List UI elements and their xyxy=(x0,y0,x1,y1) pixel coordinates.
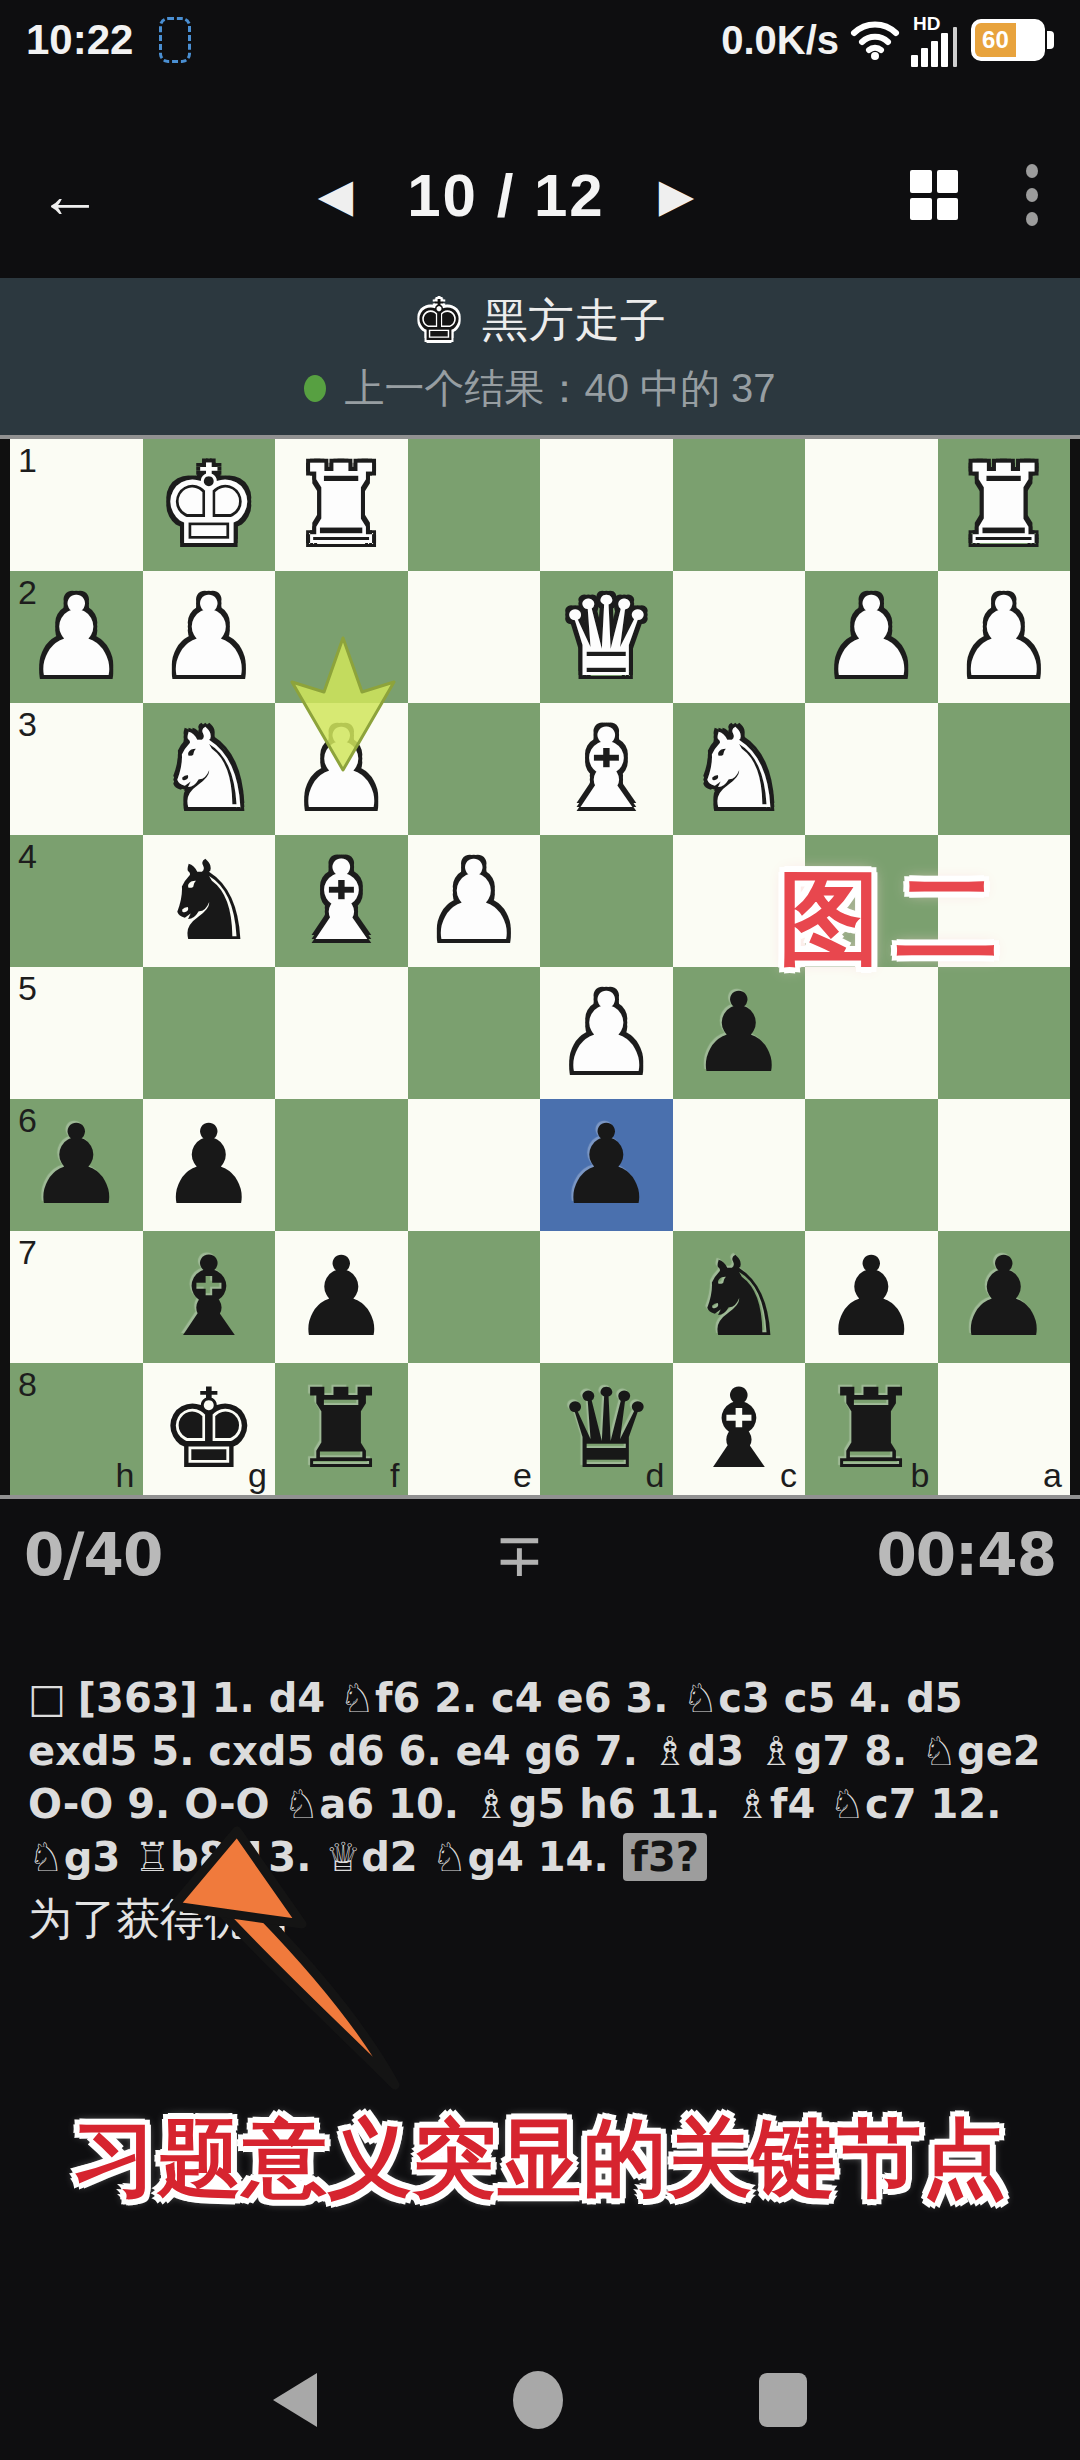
square-c8[interactable]: c♝ xyxy=(673,1363,806,1495)
black-pawn: ♟ xyxy=(143,1099,276,1231)
square-h7[interactable]: 7 xyxy=(10,1231,143,1363)
square-g5[interactable] xyxy=(143,967,276,1099)
square-f4[interactable]: ♝ xyxy=(275,835,408,967)
clock: 10:22 xyxy=(26,16,133,64)
white-pawn: ♟ xyxy=(805,571,938,703)
square-e6[interactable] xyxy=(408,1099,541,1231)
square-f5[interactable] xyxy=(275,967,408,1099)
square-d5[interactable]: ♟ xyxy=(540,967,673,1099)
square-g2[interactable]: ♟ xyxy=(143,571,276,703)
white-queen: ♛ xyxy=(540,571,673,703)
square-a6[interactable] xyxy=(938,1099,1071,1231)
black-pawn: ♟ xyxy=(540,1099,673,1231)
square-c3[interactable]: ♞ xyxy=(673,703,806,835)
chess-board: 1♚♜♜2♟♟♛♟♟3♞♟♝♞4♞♝♟5♟♟6♟♟♟7♝♟♞♟♟8hg♚f♜ed… xyxy=(0,435,1080,1499)
white-pawn: ♟ xyxy=(938,571,1071,703)
android-recents-button[interactable] xyxy=(759,2373,807,2427)
black-pawn: ♟ xyxy=(275,1231,408,1363)
black-bishop: ♝ xyxy=(143,1231,276,1363)
move-list: □[363] 1. d4 ♘f6 2. c4 e6 3. ♘c3 c5 4. d… xyxy=(28,1672,1062,1945)
puzzle-counter: 10 / 12 xyxy=(407,161,605,230)
square-h1[interactable]: 1 xyxy=(10,439,143,571)
square-h2[interactable]: 2♟ xyxy=(10,571,143,703)
square-d2[interactable]: ♛ xyxy=(540,571,673,703)
network-speed: 0.0K/s xyxy=(721,18,839,63)
android-home-button[interactable] xyxy=(513,2371,563,2429)
black-pawn: ♟ xyxy=(938,1231,1071,1363)
result-status-dot xyxy=(304,375,326,402)
white-king: ♚ xyxy=(143,439,276,571)
square-h8[interactable]: 8h xyxy=(10,1363,143,1495)
square-b8[interactable]: b♜ xyxy=(805,1363,938,1495)
battery-icon: 60 xyxy=(971,19,1054,61)
previous-result-text: 上一个结果：40 中的 37 xyxy=(344,361,775,416)
square-d8[interactable]: d♛ xyxy=(540,1363,673,1495)
back-button[interactable]: ← xyxy=(38,145,102,245)
android-back-button[interactable] xyxy=(273,2373,317,2427)
white-bishop: ♝ xyxy=(540,703,673,835)
square-h5[interactable]: 5 xyxy=(10,967,143,1099)
square-g3[interactable]: ♞ xyxy=(143,703,276,835)
square-a8[interactable]: a xyxy=(938,1363,1071,1495)
file-label: d xyxy=(646,1456,665,1495)
square-f7[interactable]: ♟ xyxy=(275,1231,408,1363)
rank-label: 4 xyxy=(18,837,37,876)
wifi-icon xyxy=(849,16,901,64)
file-label: c xyxy=(780,1456,797,1495)
black-pawn: ♟ xyxy=(805,1231,938,1363)
rank-label: 6 xyxy=(18,1101,37,1140)
white-pawn: ♟ xyxy=(540,967,673,1099)
square-e7[interactable] xyxy=(408,1231,541,1363)
square-g6[interactable]: ♟ xyxy=(143,1099,276,1231)
square-c7[interactable]: ♞ xyxy=(673,1231,806,1363)
square-f8[interactable]: f♜ xyxy=(275,1363,408,1495)
square-b3[interactable] xyxy=(805,703,938,835)
square-e3[interactable] xyxy=(408,703,541,835)
current-move[interactable]: f3? xyxy=(623,1833,707,1881)
rank-label: 8 xyxy=(18,1365,37,1404)
game-marker-icon: □ xyxy=(28,1675,78,1721)
black-knight: ♞ xyxy=(673,1231,806,1363)
file-label: h xyxy=(116,1456,135,1495)
square-d3[interactable]: ♝ xyxy=(540,703,673,835)
square-f3[interactable]: ♟ xyxy=(275,703,408,835)
puzzle-grid-button[interactable] xyxy=(910,170,958,220)
square-a7[interactable]: ♟ xyxy=(938,1231,1071,1363)
square-c6[interactable] xyxy=(673,1099,806,1231)
square-f1[interactable]: ♜ xyxy=(275,439,408,571)
file-label: f xyxy=(390,1456,399,1495)
rank-label: 1 xyxy=(18,441,37,480)
square-e8[interactable]: e xyxy=(408,1363,541,1495)
black-knight: ♞ xyxy=(143,835,276,967)
hd-label: HD xyxy=(913,14,940,33)
caption-banner: 习题意义突显的关键节点 xyxy=(0,2102,1080,2216)
turn-text: 黑方走子 xyxy=(482,290,666,352)
square-g8[interactable]: g♚ xyxy=(143,1363,276,1495)
app-nav-bar: ← ◀ 10 / 12 ▶ xyxy=(0,145,1080,245)
turn-prompt-header: ♚ 黑方走子 上一个结果：40 中的 37 xyxy=(0,278,1080,435)
cell-signal-icon: HD xyxy=(911,14,957,67)
white-bishop: ♝ xyxy=(275,835,408,967)
square-h4[interactable]: 4 xyxy=(10,835,143,967)
square-d4[interactable] xyxy=(540,835,673,967)
overflow-menu-button[interactable] xyxy=(1022,160,1042,230)
file-label: e xyxy=(513,1456,532,1495)
square-g4[interactable]: ♞ xyxy=(143,835,276,967)
king-icon: ♚ xyxy=(414,288,464,353)
status-bar: 10:22 0.0K/s HD 60 xyxy=(0,8,1080,72)
white-rook: ♜ xyxy=(275,439,408,571)
next-puzzle-button[interactable]: ▶ xyxy=(659,168,694,222)
battery-percent: 60 xyxy=(975,23,1016,57)
move-comment: 为了获得优势 xyxy=(28,1892,1062,1945)
white-knight: ♞ xyxy=(673,703,806,835)
prev-puzzle-button[interactable]: ◀ xyxy=(318,168,353,222)
square-b2[interactable]: ♟ xyxy=(805,571,938,703)
square-a3[interactable] xyxy=(938,703,1071,835)
white-rook: ♜ xyxy=(938,439,1071,571)
square-d6[interactable]: ♟ xyxy=(540,1099,673,1231)
file-label: b xyxy=(911,1456,930,1495)
evaluation-symbol: ∓ xyxy=(162,1520,876,1590)
square-d1[interactable] xyxy=(540,439,673,571)
move-text[interactable]: [363] 1. d4 ♘f6 2. c4 e6 3. ♘c3 c5 4. d5… xyxy=(28,1675,1041,1880)
rank-label: 7 xyxy=(18,1233,37,1272)
square-c2[interactable] xyxy=(673,571,806,703)
android-nav-bar xyxy=(0,2352,1080,2448)
square-e4[interactable]: ♟ xyxy=(408,835,541,967)
square-g7[interactable]: ♝ xyxy=(143,1231,276,1363)
square-h6[interactable]: 6♟ xyxy=(10,1099,143,1231)
square-b6[interactable] xyxy=(805,1099,938,1231)
square-g1[interactable]: ♚ xyxy=(143,439,276,571)
square-e5[interactable] xyxy=(408,967,541,1099)
square-e2[interactable] xyxy=(408,571,541,703)
file-label: g xyxy=(248,1456,267,1495)
score-row: 0/40 ∓ 00:48 xyxy=(0,1512,1080,1598)
square-b1[interactable] xyxy=(805,439,938,571)
figure-label: 图二 xyxy=(778,851,1014,988)
black-rook: ♜ xyxy=(275,1363,408,1495)
square-f2[interactable] xyxy=(275,571,408,703)
screen-capture-icon xyxy=(159,17,191,63)
square-d7[interactable] xyxy=(540,1231,673,1363)
square-f6[interactable] xyxy=(275,1099,408,1231)
rank-label: 5 xyxy=(18,969,37,1008)
square-b7[interactable]: ♟ xyxy=(805,1231,938,1363)
white-knight: ♞ xyxy=(143,703,276,835)
score-counter: 0/40 xyxy=(24,1521,162,1589)
rank-label: 2 xyxy=(18,573,37,612)
white-pawn: ♟ xyxy=(408,835,541,967)
white-pawn: ♟ xyxy=(275,703,408,835)
timer: 00:48 xyxy=(876,1521,1056,1589)
square-a1[interactable]: ♜ xyxy=(938,439,1071,571)
square-a2[interactable]: ♟ xyxy=(938,571,1071,703)
square-h3[interactable]: 3 xyxy=(10,703,143,835)
square-e1[interactable] xyxy=(408,439,541,571)
file-label: a xyxy=(1043,1456,1062,1495)
square-c1[interactable] xyxy=(673,439,806,571)
white-pawn: ♟ xyxy=(143,571,276,703)
rank-label: 3 xyxy=(18,705,37,744)
